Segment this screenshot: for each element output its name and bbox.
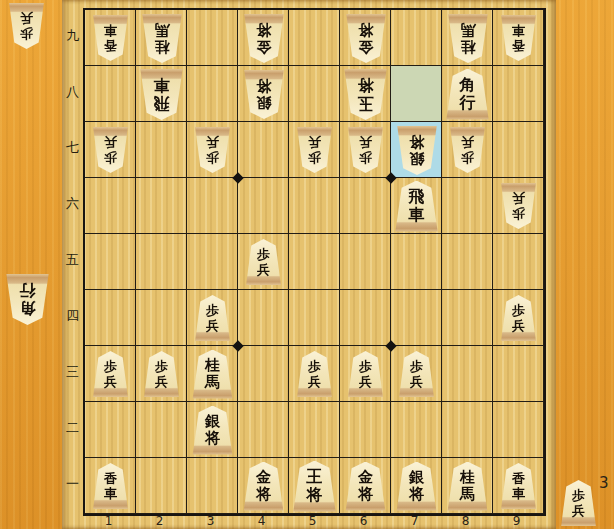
- gote-piece-歩兵[interactable]: 歩兵: [92, 351, 129, 397]
- piece-kanji: 桂: [460, 469, 475, 486]
- square-7-3[interactable]: 歩兵: [391, 346, 442, 402]
- square-5-8[interactable]: [289, 66, 340, 122]
- rank-label-三: 三: [62, 344, 83, 400]
- square-7-5[interactable]: [391, 234, 442, 290]
- gote-piece-桂馬[interactable]: 桂馬: [447, 462, 489, 511]
- gote-piece-金将[interactable]: 金将: [243, 462, 285, 511]
- square-6-2[interactable]: [340, 402, 391, 458]
- sente-piece-桂馬[interactable]: 桂馬: [141, 14, 183, 63]
- piece-kanji: 車: [104, 23, 117, 38]
- square-8-8[interactable]: 角行: [442, 66, 493, 122]
- square-6-7[interactable]: 歩兵: [340, 122, 391, 178]
- gote-piece-歩兵[interactable]: 歩兵: [347, 351, 384, 397]
- square-3-2[interactable]: 銀将: [187, 402, 238, 458]
- piece-kanji: 将: [358, 486, 373, 503]
- file-label-1: 1: [83, 513, 134, 529]
- piece-kanji: 金: [256, 38, 271, 55]
- square-8-7[interactable]: 歩兵: [442, 122, 493, 178]
- square-8-5[interactable]: [442, 234, 493, 290]
- piece-kanji: 香: [512, 38, 525, 53]
- piece-kanji: 兵: [308, 374, 321, 389]
- piece-kanji: 将: [256, 486, 271, 503]
- piece-kanji: 桂: [205, 357, 220, 374]
- piece-kanji: 将: [358, 21, 373, 38]
- square-5-7[interactable]: 歩兵: [289, 122, 340, 178]
- piece-kanji: 角: [460, 76, 476, 94]
- last-move-from-square-7-8[interactable]: [391, 66, 442, 122]
- piece-kanji: 兵: [206, 135, 219, 150]
- square-1-5[interactable]: [85, 234, 136, 290]
- rank-label-八: 八: [62, 64, 83, 120]
- sente-piece-金将[interactable]: 金将: [345, 14, 387, 63]
- piece-kanji: 歩: [206, 150, 219, 165]
- rank-label-六: 六: [62, 176, 83, 232]
- piece-kanji: 歩: [512, 303, 525, 318]
- square-8-3[interactable]: [442, 346, 493, 402]
- gote-piece-香車[interactable]: 香車: [92, 463, 129, 509]
- piece-kanji: 銀: [409, 469, 424, 486]
- file-label-6: 6: [338, 513, 389, 529]
- shogi-board: 香車桂馬金将金将桂馬香車飛車銀将玉将角行歩兵歩兵歩兵歩兵銀将歩兵飛車歩兵歩兵歩兵…: [62, 0, 556, 529]
- sente-piece-玉将[interactable]: 玉将: [343, 69, 388, 120]
- square-7-2[interactable]: [391, 402, 442, 458]
- gote-piece-銀将[interactable]: 銀将: [192, 406, 234, 455]
- square-7-9[interactable]: [391, 10, 442, 66]
- square-2-5[interactable]: [136, 234, 187, 290]
- gote-piece-飛車[interactable]: 飛車: [394, 181, 439, 232]
- square-3-6[interactable]: [187, 178, 238, 234]
- sente-piece-銀将[interactable]: 銀将: [243, 70, 285, 119]
- square-9-3[interactable]: [493, 346, 544, 402]
- square-9-8[interactable]: [493, 66, 544, 122]
- piece-kanji: 兵: [461, 135, 474, 150]
- gote-piece-角行[interactable]: 角行: [445, 69, 490, 120]
- piece-kanji: 香: [512, 471, 525, 486]
- piece-kanji: 金: [358, 469, 373, 486]
- square-2-3[interactable]: 歩兵: [136, 346, 187, 402]
- sente-piece-桂馬[interactable]: 桂馬: [447, 14, 489, 63]
- piece-kanji: 車: [104, 486, 117, 501]
- gote-piece-歩兵[interactable]: 歩兵: [560, 480, 597, 526]
- square-6-8[interactable]: 玉将: [340, 66, 391, 122]
- square-6-1[interactable]: 金将: [340, 458, 391, 514]
- sente-piece-歩兵[interactable]: 歩兵: [8, 3, 45, 49]
- gote-piece-歩兵[interactable]: 歩兵: [296, 351, 333, 397]
- square-2-1[interactable]: [136, 458, 187, 514]
- square-5-9[interactable]: [289, 10, 340, 66]
- piece-kanji: 車: [512, 486, 525, 501]
- rank-label-七: 七: [62, 120, 83, 176]
- sente-piece-香車[interactable]: 香車: [500, 15, 537, 61]
- square-6-5[interactable]: [340, 234, 391, 290]
- sente-piece-歩兵[interactable]: 歩兵: [449, 127, 486, 173]
- sente-komadai: 歩兵角行: [0, 0, 62, 529]
- piece-kanji: 行: [460, 94, 476, 112]
- sente-piece-歩兵[interactable]: 歩兵: [92, 127, 129, 173]
- square-5-1[interactable]: 王将: [289, 458, 340, 514]
- square-7-1[interactable]: 銀将: [391, 458, 442, 514]
- square-1-6[interactable]: [85, 178, 136, 234]
- sente-piece-香車[interactable]: 香車: [92, 15, 129, 61]
- piece-kanji: 兵: [512, 318, 525, 333]
- gote-piece-銀将[interactable]: 銀将: [396, 462, 438, 511]
- square-4-5[interactable]: 歩兵: [238, 234, 289, 290]
- piece-kanji: 金: [256, 469, 271, 486]
- square-5-2[interactable]: [289, 402, 340, 458]
- square-4-9[interactable]: 金将: [238, 10, 289, 66]
- file-label-8: 8: [440, 513, 491, 529]
- square-6-6[interactable]: [340, 178, 391, 234]
- square-5-3[interactable]: 歩兵: [289, 346, 340, 402]
- gote-piece-歩兵[interactable]: 歩兵: [398, 351, 435, 397]
- piece-kanji: 銀: [256, 94, 271, 111]
- gote-piece-歩兵[interactable]: 歩兵: [194, 295, 231, 341]
- rank-label-五: 五: [62, 232, 83, 288]
- piece-kanji: 歩: [308, 150, 321, 165]
- rank-label-四: 四: [62, 288, 83, 344]
- sente-piece-歩兵[interactable]: 歩兵: [194, 127, 231, 173]
- file-label-5: 5: [287, 513, 338, 529]
- square-1-8[interactable]: [85, 66, 136, 122]
- piece-kanji: 歩: [104, 359, 117, 374]
- piece-kanji: 玉: [358, 94, 374, 112]
- piece-kanji: 兵: [308, 135, 321, 150]
- piece-kanji: 行: [20, 282, 36, 300]
- square-6-3[interactable]: 歩兵: [340, 346, 391, 402]
- square-5-5[interactable]: [289, 234, 340, 290]
- piece-kanji: 歩: [257, 247, 270, 262]
- square-2-7[interactable]: [136, 122, 187, 178]
- gote-piece-歩兵[interactable]: 歩兵: [245, 239, 282, 285]
- square-3-3[interactable]: 桂馬: [187, 346, 238, 402]
- piece-kanji: 将: [409, 486, 424, 503]
- square-5-4[interactable]: [289, 290, 340, 346]
- piece-kanji: 将: [409, 133, 424, 150]
- square-2-6[interactable]: [136, 178, 187, 234]
- sente-piece-銀将[interactable]: 銀将: [396, 126, 438, 175]
- square-4-7[interactable]: [238, 122, 289, 178]
- square-2-9[interactable]: 桂馬: [136, 10, 187, 66]
- square-7-4[interactable]: [391, 290, 442, 346]
- square-4-3[interactable]: [238, 346, 289, 402]
- piece-kanji: 歩: [410, 359, 423, 374]
- gote-hand-pawn-count: 3: [599, 474, 609, 492]
- gote-piece-王将[interactable]: 王将: [292, 461, 337, 512]
- square-5-6[interactable]: [289, 178, 340, 234]
- square-3-4[interactable]: 歩兵: [187, 290, 238, 346]
- piece-kanji: 将: [358, 76, 374, 94]
- square-3-1[interactable]: [187, 458, 238, 514]
- sente-piece-歩兵[interactable]: 歩兵: [500, 183, 537, 229]
- gote-piece-歩兵[interactable]: 歩兵: [500, 295, 537, 341]
- square-4-1[interactable]: 金将: [238, 458, 289, 514]
- piece-kanji: 兵: [359, 135, 372, 150]
- file-label-2: 2: [134, 513, 185, 529]
- piece-kanji: 車: [154, 76, 170, 94]
- square-9-9[interactable]: 香車: [493, 10, 544, 66]
- piece-kanji: 馬: [460, 21, 475, 38]
- square-1-2[interactable]: [85, 402, 136, 458]
- sente-piece-歩兵[interactable]: 歩兵: [347, 127, 384, 173]
- sente-piece-角行[interactable]: 角行: [5, 274, 50, 325]
- square-1-1[interactable]: 香車: [85, 458, 136, 514]
- piece-kanji: 歩: [572, 488, 585, 503]
- piece-kanji: 金: [358, 38, 373, 55]
- piece-kanji: 歩: [20, 26, 33, 41]
- piece-kanji: 銀: [205, 413, 220, 430]
- piece-kanji: 歩: [359, 359, 372, 374]
- piece-kanji: 兵: [257, 262, 270, 277]
- piece-kanji: 兵: [155, 374, 168, 389]
- square-8-4[interactable]: [442, 290, 493, 346]
- last-move-to-square-7-7[interactable]: 銀将: [391, 122, 442, 178]
- piece-kanji: 飛: [154, 94, 170, 112]
- square-3-9[interactable]: [187, 10, 238, 66]
- file-label-4: 4: [236, 513, 287, 529]
- piece-kanji: 桂: [460, 38, 475, 55]
- square-3-8[interactable]: [187, 66, 238, 122]
- square-9-1[interactable]: 香車: [493, 458, 544, 514]
- square-1-9[interactable]: 香車: [85, 10, 136, 66]
- piece-kanji: 将: [256, 77, 271, 94]
- square-9-7[interactable]: [493, 122, 544, 178]
- square-8-6[interactable]: [442, 178, 493, 234]
- square-2-8[interactable]: 飛車: [136, 66, 187, 122]
- piece-kanji: 王: [307, 468, 323, 486]
- square-4-4[interactable]: [238, 290, 289, 346]
- shogi-app: 歩兵角行 歩兵3 香車桂馬金将金将桂馬香車飛車銀将玉将角行歩兵歩兵歩兵歩兵銀将歩…: [0, 0, 614, 529]
- gote-piece-桂馬[interactable]: 桂馬: [192, 350, 234, 399]
- square-6-9[interactable]: 金将: [340, 10, 391, 66]
- piece-kanji: 兵: [104, 374, 117, 389]
- rank-label-九: 九: [62, 8, 83, 64]
- piece-kanji: 車: [512, 23, 525, 38]
- square-9-4[interactable]: 歩兵: [493, 290, 544, 346]
- gote-piece-金将[interactable]: 金将: [345, 462, 387, 511]
- piece-kanji: 角: [20, 300, 36, 318]
- piece-kanji: 歩: [461, 150, 474, 165]
- square-9-2[interactable]: [493, 402, 544, 458]
- piece-kanji: 香: [104, 471, 117, 486]
- piece-kanji: 兵: [206, 318, 219, 333]
- square-4-6[interactable]: [238, 178, 289, 234]
- piece-kanji: 歩: [104, 150, 117, 165]
- rank-label-一: 一: [62, 456, 83, 512]
- square-1-3[interactable]: 歩兵: [85, 346, 136, 402]
- square-7-6[interactable]: 飛車: [391, 178, 442, 234]
- square-8-1[interactable]: 桂馬: [442, 458, 493, 514]
- square-6-4[interactable]: [340, 290, 391, 346]
- square-9-5[interactable]: [493, 234, 544, 290]
- sente-piece-金将[interactable]: 金将: [243, 14, 285, 63]
- piece-kanji: 歩: [359, 150, 372, 165]
- square-1-4[interactable]: [85, 290, 136, 346]
- piece-kanji: 歩: [308, 359, 321, 374]
- piece-kanji: 将: [205, 430, 220, 447]
- piece-kanji: 将: [256, 21, 271, 38]
- gote-komadai: 歩兵3: [556, 0, 614, 529]
- file-label-3: 3: [185, 513, 236, 529]
- gote-piece-歩兵[interactable]: 歩兵: [143, 351, 180, 397]
- gote-piece-香車[interactable]: 香車: [500, 463, 537, 509]
- sente-piece-歩兵[interactable]: 歩兵: [296, 127, 333, 173]
- piece-kanji: 将: [307, 486, 323, 504]
- piece-kanji: 車: [409, 206, 425, 224]
- piece-kanji: 銀: [409, 150, 424, 167]
- square-8-9[interactable]: 桂馬: [442, 10, 493, 66]
- square-4-2[interactable]: [238, 402, 289, 458]
- piece-kanji: 馬: [205, 374, 220, 391]
- board-grid: 香車桂馬金将金将桂馬香車飛車銀将玉将角行歩兵歩兵歩兵歩兵銀将歩兵飛車歩兵歩兵歩兵…: [83, 8, 546, 516]
- square-2-4[interactable]: [136, 290, 187, 346]
- piece-kanji: 兵: [359, 374, 372, 389]
- square-8-2[interactable]: [442, 402, 493, 458]
- piece-kanji: 兵: [512, 191, 525, 206]
- square-3-5[interactable]: [187, 234, 238, 290]
- square-4-8[interactable]: 銀将: [238, 66, 289, 122]
- piece-kanji: 飛: [409, 188, 425, 206]
- piece-kanji: 兵: [104, 135, 117, 150]
- square-3-7[interactable]: 歩兵: [187, 122, 238, 178]
- file-label-7: 7: [389, 513, 440, 529]
- rank-label-二: 二: [62, 400, 83, 456]
- piece-kanji: 桂: [154, 38, 169, 55]
- piece-kanji: 馬: [154, 21, 169, 38]
- piece-kanji: 馬: [460, 486, 475, 503]
- piece-kanji: 歩: [206, 303, 219, 318]
- sente-piece-飛車[interactable]: 飛車: [139, 69, 184, 120]
- file-label-9: 9: [491, 513, 542, 529]
- piece-kanji: 香: [104, 38, 117, 53]
- piece-kanji: 歩: [512, 206, 525, 221]
- piece-kanji: 兵: [410, 374, 423, 389]
- piece-kanji: 兵: [20, 11, 33, 26]
- square-1-7[interactable]: 歩兵: [85, 122, 136, 178]
- square-2-2[interactable]: [136, 402, 187, 458]
- piece-kanji: 兵: [572, 503, 585, 518]
- piece-kanji: 歩: [155, 359, 168, 374]
- square-9-6[interactable]: 歩兵: [493, 178, 544, 234]
